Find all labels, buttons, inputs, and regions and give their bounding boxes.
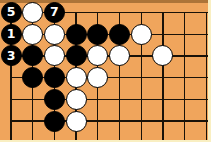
black-stone: [22, 67, 43, 88]
move-number-label: 3: [7, 50, 16, 63]
black-stone: [44, 67, 65, 88]
white-stone: [44, 24, 65, 45]
white-stone: [87, 45, 108, 66]
white-stone: [66, 89, 87, 110]
grid-hline: [10, 120, 211, 121]
white-stone: [87, 67, 108, 88]
black-stone: 3: [1, 45, 22, 66]
move-number-label: 5: [7, 6, 16, 19]
black-stone: [44, 89, 65, 110]
black-stone: [87, 24, 108, 45]
black-stone: [22, 45, 43, 66]
go-board[interactable]: 5713: [0, 0, 211, 142]
black-stone: [44, 111, 65, 132]
grid-hline: [10, 99, 211, 100]
black-stone: [66, 24, 87, 45]
black-stone: 1: [1, 24, 22, 45]
black-stone: 7: [44, 2, 65, 23]
grid-vline: [184, 12, 185, 142]
black-stone: [66, 45, 87, 66]
white-stone: [66, 111, 87, 132]
grid-vline: [162, 12, 163, 142]
white-stone: [66, 67, 87, 88]
move-number-label: 7: [50, 6, 59, 19]
white-stone: [44, 45, 65, 66]
black-stone: 5: [1, 2, 22, 23]
white-stone: [22, 2, 43, 23]
grid-vline: [206, 12, 207, 142]
move-number-label: 1: [7, 28, 16, 41]
white-stone: [22, 24, 43, 45]
board-bottom-rim: [0, 140, 211, 142]
white-stone: [152, 45, 173, 66]
black-stone: [109, 24, 130, 45]
white-stone: [131, 24, 152, 45]
white-stone: [109, 45, 130, 66]
board-right-rim: [208, 0, 211, 142]
